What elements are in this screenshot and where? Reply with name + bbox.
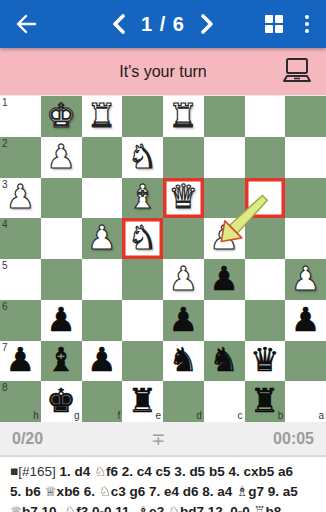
square-a3[interactable] — [285, 178, 326, 219]
chess-app-screen: 1 / 6 It's your turn 1♚♜♜2♟♞♟3♝♛4♟♞♟5 — [0, 0, 326, 512]
square-h4[interactable]: 4 — [0, 218, 41, 259]
square-c6[interactable] — [204, 300, 245, 341]
square-c5[interactable]: ♟ — [204, 259, 245, 300]
square-c7[interactable]: ♞ — [204, 341, 245, 382]
square-d8[interactable]: d — [163, 381, 204, 422]
white-pawn: ♟ — [209, 221, 239, 254]
square-b5[interactable] — [245, 259, 286, 300]
turn-banner: It's your turn — [0, 48, 326, 96]
dot — [305, 15, 309, 19]
square-h5[interactable]: 5 — [0, 259, 41, 300]
board-area: 1♚♜♜2♟♞♟3♝♛4♟♞♟5♟♟♟6♟♟♟♟7♝♟♞♞♛8h♚gf♜edc♜… — [0, 96, 326, 422]
square-d2[interactable] — [163, 137, 204, 178]
overflow-menu-button[interactable] — [303, 13, 311, 35]
white-bishop: ♝ — [128, 180, 158, 213]
square-h7[interactable]: ♟7 — [0, 341, 41, 382]
white-knight: ♞ — [128, 140, 158, 173]
square-f3[interactable] — [82, 178, 123, 219]
back-button[interactable] — [13, 11, 39, 37]
chevron-left-icon — [111, 14, 125, 34]
rank-label: 6 — [2, 302, 8, 312]
score-counter: 0/20 — [12, 430, 43, 448]
grid-square — [265, 25, 273, 33]
rank-label: 8 — [2, 383, 8, 393]
white-pawn: ♟ — [169, 262, 199, 295]
file-label: b — [278, 411, 284, 421]
square-g6[interactable]: ♟ — [41, 300, 82, 341]
square-b8[interactable]: ♜b — [245, 381, 286, 422]
square-a4[interactable] — [285, 218, 326, 259]
white-pawn: ♟ — [6, 180, 36, 213]
square-a1[interactable] — [285, 96, 326, 137]
square-g3[interactable] — [41, 178, 82, 219]
move-line: 5. b6 ♕xb6 6. ♘c3 g6 7. e4 d6 8. a4 ♗g7 … — [10, 482, 316, 502]
black-knight: ♞ — [209, 343, 239, 376]
black-pawn: ♟ — [87, 343, 117, 376]
grid-square — [275, 15, 283, 23]
square-g7[interactable]: ♝ — [41, 341, 82, 382]
black-rook: ♜ — [250, 384, 280, 417]
move-list: ■[#165] 1. d4 ♘f6 2. c4 c5 3. d5 b5 4. c… — [0, 457, 326, 512]
file-label: e — [155, 411, 161, 421]
file-label: d — [196, 411, 202, 421]
square-e1[interactable] — [122, 96, 163, 137]
square-d7[interactable]: ♞ — [163, 341, 204, 382]
white-pawn: ♟ — [291, 262, 321, 295]
white-king: ♚ — [46, 99, 76, 132]
square-g2[interactable]: ♟ — [41, 137, 82, 178]
next-puzzle-button[interactable] — [200, 14, 216, 34]
black-knight: ♞ — [169, 343, 199, 376]
status-bar: 0/20 ∓ 00:05 — [0, 422, 326, 457]
square-b6[interactable] — [245, 300, 286, 341]
app-bar-actions — [265, 13, 326, 35]
square-h1[interactable]: 1 — [0, 96, 41, 137]
previous-puzzle-button[interactable] — [110, 14, 126, 34]
moves-text: 1. d4 ♘f6 2. c4 c5 3. d5 b5 4. cxb5 a6 — [59, 464, 292, 479]
square-d1[interactable]: ♜ — [163, 96, 204, 137]
black-king: ♚ — [46, 384, 76, 417]
rank-label: 5 — [2, 261, 8, 271]
square-a5[interactable]: ♟ — [285, 259, 326, 300]
file-label: h — [33, 411, 39, 421]
white-knight: ♞ — [128, 221, 158, 254]
square-b4[interactable] — [245, 218, 286, 259]
square-e2[interactable]: ♞ — [122, 137, 163, 178]
square-a6[interactable]: ♟ — [285, 300, 326, 341]
square-b2[interactable] — [245, 137, 286, 178]
app-bar: 1 / 6 — [0, 0, 326, 48]
timer: 00:05 — [273, 430, 314, 448]
file-label: f — [117, 411, 120, 421]
square-e6[interactable] — [122, 300, 163, 341]
square-f4[interactable]: ♟ — [82, 218, 123, 259]
square-d6[interactable]: ♟ — [163, 300, 204, 341]
move-line: ♕b7 10. ♘f3 0-0 11. ♗e2 ♘bd7 12. 0-0 ♖b8 — [10, 502, 316, 512]
chevron-right-icon — [201, 14, 215, 34]
dot — [305, 22, 309, 26]
square-c4[interactable]: ♟ — [204, 218, 245, 259]
turn-banner-text: It's your turn — [119, 63, 207, 81]
square-g8[interactable]: ♚g — [41, 381, 82, 422]
back-arrow-icon — [14, 12, 38, 36]
square-h6[interactable]: 6 — [0, 300, 41, 341]
square-d5[interactable]: ♟ — [163, 259, 204, 300]
square-c3[interactable] — [204, 178, 245, 219]
square-a8[interactable]: a — [285, 381, 326, 422]
white-pawn: ♟ — [87, 221, 117, 254]
chess-board: 1♚♜♜2♟♞♟3♝♛4♟♞♟5♟♟♟6♟♟♟♟7♝♟♞♞♛8h♚gf♜edc♜… — [0, 96, 326, 422]
rank-label: 1 — [2, 98, 8, 108]
square-c8[interactable]: c — [204, 381, 245, 422]
black-pawn: ♟ — [291, 303, 321, 336]
file-label: c — [238, 411, 243, 421]
white-pawn: ♟ — [46, 140, 76, 173]
page-indicator: 1 / 6 — [141, 13, 185, 36]
square-a7[interactable] — [285, 341, 326, 382]
square-b3[interactable] — [245, 178, 286, 219]
rank-label: 2 — [2, 139, 8, 149]
puzzle-id: ■[#165] — [10, 464, 59, 479]
white-queen: ♛ — [169, 180, 199, 213]
black-pawn: ♟ — [46, 303, 76, 336]
square-d3[interactable]: ♛ — [163, 178, 204, 219]
white-rook: ♜ — [87, 99, 117, 132]
square-f6[interactable] — [82, 300, 123, 341]
square-f5[interactable] — [82, 259, 123, 300]
file-label: g — [74, 411, 80, 421]
square-b1[interactable] — [245, 96, 286, 137]
black-queen: ♛ — [250, 343, 280, 376]
puzzle-grid-button[interactable] — [265, 15, 284, 34]
white-rook: ♜ — [169, 99, 199, 132]
square-c2[interactable] — [204, 137, 245, 178]
square-f7[interactable]: ♟ — [82, 341, 123, 382]
square-f8[interactable]: f — [82, 381, 123, 422]
square-a2[interactable] — [285, 137, 326, 178]
rank-label: 3 — [2, 180, 8, 190]
square-h8[interactable]: 8h — [0, 381, 41, 422]
black-pawn: ♟ — [169, 303, 199, 336]
evaluation-symbol: ∓ — [151, 429, 165, 449]
black-bishop: ♝ — [46, 343, 76, 376]
square-e4[interactable]: ♞ — [122, 218, 163, 259]
square-h2[interactable]: 2 — [0, 137, 41, 178]
rank-label: 4 — [2, 220, 8, 230]
square-g4[interactable] — [41, 218, 82, 259]
square-f1[interactable]: ♜ — [82, 96, 123, 137]
square-g1[interactable]: ♚ — [41, 96, 82, 137]
move-line: ■[#165] 1. d4 ♘f6 2. c4 c5 3. d5 b5 4. c… — [10, 462, 316, 482]
square-e8[interactable]: ♜e — [122, 381, 163, 422]
square-g5[interactable] — [41, 259, 82, 300]
computer-icon — [281, 57, 313, 85]
square-b7[interactable]: ♛ — [245, 341, 286, 382]
square-e3[interactable]: ♝ — [122, 178, 163, 219]
dot — [305, 29, 309, 33]
grid-square — [265, 15, 273, 23]
black-pawn: ♟ — [209, 262, 239, 295]
black-rook: ♜ — [128, 384, 158, 417]
file-label: a — [318, 411, 324, 421]
square-c1[interactable] — [204, 96, 245, 137]
square-f2[interactable] — [82, 137, 123, 178]
black-pawn: ♟ — [6, 343, 36, 376]
square-d4[interactable] — [163, 218, 204, 259]
square-h3[interactable]: ♟3 — [0, 178, 41, 219]
rank-label: 7 — [2, 343, 8, 353]
square-e5[interactable] — [122, 259, 163, 300]
square-e7[interactable] — [122, 341, 163, 382]
grid-square — [275, 25, 283, 33]
